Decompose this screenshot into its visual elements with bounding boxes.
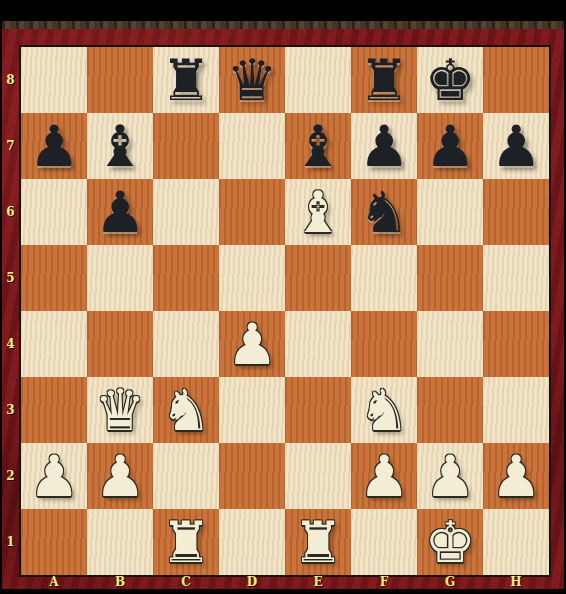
- piece-black-rook[interactable]: ♜: [358, 47, 409, 113]
- square-h2[interactable]: ♟: [483, 443, 549, 509]
- square-a1[interactable]: [21, 509, 87, 575]
- square-h1[interactable]: [483, 509, 549, 575]
- square-b7[interactable]: ♝: [87, 113, 153, 179]
- rank-label-6: 6: [2, 179, 19, 245]
- square-f3[interactable]: ♞: [351, 377, 417, 443]
- file-label-a: A: [21, 575, 87, 589]
- square-b1[interactable]: [87, 509, 153, 575]
- square-a4[interactable]: [21, 311, 87, 377]
- piece-black-bishop[interactable]: ♝: [94, 113, 145, 179]
- piece-black-pawn[interactable]: ♟: [358, 113, 409, 179]
- square-f4[interactable]: [351, 311, 417, 377]
- rank-label-4: 4: [2, 311, 19, 377]
- rank-label-8: 8: [2, 47, 19, 113]
- square-e4[interactable]: [285, 311, 351, 377]
- piece-white-knight[interactable]: ♞: [358, 377, 409, 443]
- square-e3[interactable]: [285, 377, 351, 443]
- square-f2[interactable]: ♟: [351, 443, 417, 509]
- square-h4[interactable]: [483, 311, 549, 377]
- piece-white-queen[interactable]: ♛: [94, 377, 145, 443]
- square-e6[interactable]: ♝: [285, 179, 351, 245]
- square-d7[interactable]: [219, 113, 285, 179]
- square-g1[interactable]: ♚: [417, 509, 483, 575]
- square-a8[interactable]: [21, 47, 87, 113]
- rank-label-7: 7: [2, 113, 19, 179]
- piece-white-knight[interactable]: ♞: [160, 377, 211, 443]
- piece-black-bishop[interactable]: ♝: [292, 113, 343, 179]
- square-h3[interactable]: [483, 377, 549, 443]
- square-c6[interactable]: [153, 179, 219, 245]
- square-d5[interactable]: [219, 245, 285, 311]
- piece-white-king[interactable]: ♚: [424, 509, 475, 575]
- file-labels: ABCDEFGH: [21, 575, 549, 589]
- piece-black-queen[interactable]: ♛: [226, 47, 277, 113]
- square-f8[interactable]: ♜: [351, 47, 417, 113]
- chess-app-window: 87654321 ABCDEFGH ♜♛♜♚♟♝♝♟♟♟♟♝♞♟♛♞♞♟♟♟♟♟…: [0, 0, 566, 594]
- square-b2[interactable]: ♟: [87, 443, 153, 509]
- file-label-g: G: [417, 575, 483, 589]
- file-label-h: H: [483, 575, 549, 589]
- piece-black-knight[interactable]: ♞: [358, 179, 409, 245]
- rank-labels: 87654321: [2, 47, 19, 575]
- square-e7[interactable]: ♝: [285, 113, 351, 179]
- square-f7[interactable]: ♟: [351, 113, 417, 179]
- piece-white-pawn[interactable]: ♟: [226, 311, 277, 377]
- square-g5[interactable]: [417, 245, 483, 311]
- piece-white-pawn[interactable]: ♟: [28, 443, 79, 509]
- piece-black-rook[interactable]: ♜: [160, 47, 211, 113]
- square-g7[interactable]: ♟: [417, 113, 483, 179]
- square-c5[interactable]: [153, 245, 219, 311]
- piece-black-pawn[interactable]: ♟: [28, 113, 79, 179]
- rank-label-3: 3: [2, 377, 19, 443]
- file-label-c: C: [153, 575, 219, 589]
- piece-white-bishop[interactable]: ♝: [292, 179, 343, 245]
- square-a6[interactable]: [21, 179, 87, 245]
- piece-white-rook[interactable]: ♜: [292, 509, 343, 575]
- rank-label-5: 5: [2, 245, 19, 311]
- square-d3[interactable]: [219, 377, 285, 443]
- square-a7[interactable]: ♟: [21, 113, 87, 179]
- square-d1[interactable]: [219, 509, 285, 575]
- piece-black-pawn[interactable]: ♟: [424, 113, 475, 179]
- square-g3[interactable]: [417, 377, 483, 443]
- square-b4[interactable]: [87, 311, 153, 377]
- piece-black-king[interactable]: ♚: [424, 47, 475, 113]
- square-d4[interactable]: ♟: [219, 311, 285, 377]
- rank-label-2: 2: [2, 443, 19, 509]
- square-h7[interactable]: ♟: [483, 113, 549, 179]
- file-label-e: E: [285, 575, 351, 589]
- square-b6[interactable]: ♟: [87, 179, 153, 245]
- piece-white-pawn[interactable]: ♟: [358, 443, 409, 509]
- square-a3[interactable]: [21, 377, 87, 443]
- square-f5[interactable]: [351, 245, 417, 311]
- square-a5[interactable]: [21, 245, 87, 311]
- chess-board: ♜♛♜♚♟♝♝♟♟♟♟♝♞♟♛♞♞♟♟♟♟♟♜♜♚: [21, 47, 549, 575]
- square-b5[interactable]: [87, 245, 153, 311]
- file-label-d: D: [219, 575, 285, 589]
- square-g8[interactable]: ♚: [417, 47, 483, 113]
- piece-black-pawn[interactable]: ♟: [490, 113, 541, 179]
- square-e5[interactable]: [285, 245, 351, 311]
- square-e1[interactable]: ♜: [285, 509, 351, 575]
- square-c4[interactable]: [153, 311, 219, 377]
- square-d8[interactable]: ♛: [219, 47, 285, 113]
- square-c8[interactable]: ♜: [153, 47, 219, 113]
- piece-white-pawn[interactable]: ♟: [94, 443, 145, 509]
- rank-label-1: 1: [2, 509, 19, 575]
- square-g2[interactable]: ♟: [417, 443, 483, 509]
- piece-white-pawn[interactable]: ♟: [490, 443, 541, 509]
- square-c1[interactable]: ♜: [153, 509, 219, 575]
- square-h8[interactable]: [483, 47, 549, 113]
- square-d2[interactable]: [219, 443, 285, 509]
- piece-black-pawn[interactable]: ♟: [94, 179, 145, 245]
- square-h6[interactable]: [483, 179, 549, 245]
- piece-white-rook[interactable]: ♜: [160, 509, 211, 575]
- square-a2[interactable]: ♟: [21, 443, 87, 509]
- piece-white-pawn[interactable]: ♟: [424, 443, 475, 509]
- square-c3[interactable]: ♞: [153, 377, 219, 443]
- file-label-f: F: [351, 575, 417, 589]
- square-h5[interactable]: [483, 245, 549, 311]
- square-e8[interactable]: [285, 47, 351, 113]
- square-f1[interactable]: [351, 509, 417, 575]
- file-label-b: B: [87, 575, 153, 589]
- square-e2[interactable]: [285, 443, 351, 509]
- square-c7[interactable]: [153, 113, 219, 179]
- square-g6[interactable]: [417, 179, 483, 245]
- square-c2[interactable]: [153, 443, 219, 509]
- square-g4[interactable]: [417, 311, 483, 377]
- square-d6[interactable]: [219, 179, 285, 245]
- wood-table-strip: [2, 21, 564, 29]
- square-b8[interactable]: [87, 47, 153, 113]
- square-f6[interactable]: ♞: [351, 179, 417, 245]
- square-b3[interactable]: ♛: [87, 377, 153, 443]
